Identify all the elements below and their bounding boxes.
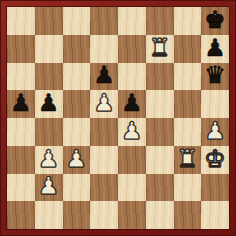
chess-board-frame: ♚♜♟♟♛♟♟♟♟♟♟♟♟♜♚♟ xyxy=(0,0,236,236)
square-f6[interactable] xyxy=(146,63,174,91)
square-a2[interactable] xyxy=(7,174,35,202)
square-b6[interactable] xyxy=(35,63,63,91)
square-d4[interactable] xyxy=(90,118,118,146)
square-c8[interactable] xyxy=(63,7,91,35)
square-a6[interactable] xyxy=(7,63,35,91)
white-pawn[interactable]: ♟ xyxy=(38,174,60,198)
square-f7[interactable]: ♜ xyxy=(146,35,174,63)
square-h3[interactable]: ♚ xyxy=(201,146,229,174)
square-b8[interactable] xyxy=(35,7,63,35)
square-a1[interactable] xyxy=(7,201,35,229)
white-pawn[interactable]: ♟ xyxy=(93,91,115,115)
square-c2[interactable] xyxy=(63,174,91,202)
square-h7[interactable]: ♟ xyxy=(201,35,229,63)
white-king[interactable]: ♚ xyxy=(204,147,226,171)
square-b3[interactable]: ♟ xyxy=(35,146,63,174)
black-pawn[interactable]: ♟ xyxy=(38,91,60,115)
square-d1[interactable] xyxy=(90,201,118,229)
black-king[interactable]: ♚ xyxy=(204,8,226,32)
square-c7[interactable] xyxy=(63,35,91,63)
square-h8[interactable]: ♚ xyxy=(201,7,229,35)
square-a8[interactable] xyxy=(7,7,35,35)
square-a5[interactable]: ♟ xyxy=(7,90,35,118)
square-g3[interactable]: ♜ xyxy=(174,146,202,174)
square-b1[interactable] xyxy=(35,201,63,229)
square-g4[interactable] xyxy=(174,118,202,146)
square-h5[interactable] xyxy=(201,90,229,118)
black-pawn[interactable]: ♟ xyxy=(121,91,143,115)
white-pawn[interactable]: ♟ xyxy=(121,119,143,143)
square-e7[interactable] xyxy=(118,35,146,63)
square-d8[interactable] xyxy=(90,7,118,35)
square-c4[interactable] xyxy=(63,118,91,146)
square-g7[interactable] xyxy=(174,35,202,63)
square-g5[interactable] xyxy=(174,90,202,118)
square-f1[interactable] xyxy=(146,201,174,229)
square-h4[interactable]: ♟ xyxy=(201,118,229,146)
white-rook[interactable]: ♜ xyxy=(177,147,199,171)
chess-board: ♚♜♟♟♛♟♟♟♟♟♟♟♟♜♚♟ xyxy=(7,7,229,229)
white-pawn[interactable]: ♟ xyxy=(66,147,88,171)
square-c1[interactable] xyxy=(63,201,91,229)
black-queen[interactable]: ♛ xyxy=(204,63,226,87)
square-d7[interactable] xyxy=(90,35,118,63)
square-d3[interactable] xyxy=(90,146,118,174)
square-h6[interactable]: ♛ xyxy=(201,63,229,91)
square-g2[interactable] xyxy=(174,174,202,202)
square-e1[interactable] xyxy=(118,201,146,229)
square-h2[interactable] xyxy=(201,174,229,202)
square-e3[interactable] xyxy=(118,146,146,174)
square-g6[interactable] xyxy=(174,63,202,91)
square-d5[interactable]: ♟ xyxy=(90,90,118,118)
square-a7[interactable] xyxy=(7,35,35,63)
black-pawn[interactable]: ♟ xyxy=(10,91,32,115)
square-e2[interactable] xyxy=(118,174,146,202)
square-a4[interactable] xyxy=(7,118,35,146)
square-e6[interactable] xyxy=(118,63,146,91)
square-b7[interactable] xyxy=(35,35,63,63)
square-f4[interactable] xyxy=(146,118,174,146)
white-pawn[interactable]: ♟ xyxy=(38,147,60,171)
square-f2[interactable] xyxy=(146,174,174,202)
square-e4[interactable]: ♟ xyxy=(118,118,146,146)
square-e8[interactable] xyxy=(118,7,146,35)
square-b2[interactable]: ♟ xyxy=(35,174,63,202)
square-c3[interactable]: ♟ xyxy=(63,146,91,174)
square-h1[interactable] xyxy=(201,201,229,229)
square-b4[interactable] xyxy=(35,118,63,146)
black-pawn[interactable]: ♟ xyxy=(204,36,226,60)
square-g8[interactable] xyxy=(174,7,202,35)
black-pawn[interactable]: ♟ xyxy=(93,63,115,87)
square-c5[interactable] xyxy=(63,90,91,118)
square-d6[interactable]: ♟ xyxy=(90,63,118,91)
square-c6[interactable] xyxy=(63,63,91,91)
white-rook[interactable]: ♜ xyxy=(149,36,171,60)
white-pawn[interactable]: ♟ xyxy=(204,119,226,143)
square-g1[interactable] xyxy=(174,201,202,229)
square-f5[interactable] xyxy=(146,90,174,118)
square-f3[interactable] xyxy=(146,146,174,174)
square-b5[interactable]: ♟ xyxy=(35,90,63,118)
square-f8[interactable] xyxy=(146,7,174,35)
square-d2[interactable] xyxy=(90,174,118,202)
square-e5[interactable]: ♟ xyxy=(118,90,146,118)
square-a3[interactable] xyxy=(7,146,35,174)
